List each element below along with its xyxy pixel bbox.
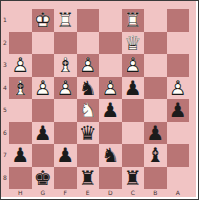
- file-label: E: [77, 189, 100, 197]
- piece-bN-e4: ♞: [77, 77, 100, 100]
- square-b4[interactable]: [144, 77, 167, 100]
- piece-bP-b6: ♟: [144, 122, 167, 145]
- square-d2[interactable]: [99, 32, 122, 55]
- square-b5[interactable]: [144, 99, 167, 122]
- square-d6[interactable]: [99, 122, 122, 145]
- file-labels: HGFEDCBA: [9, 189, 189, 197]
- square-c4[interactable]: ♟: [122, 77, 145, 100]
- rank-label: 4: [1, 77, 9, 100]
- rank-label: 6: [1, 122, 9, 145]
- rank-label: 8: [1, 167, 9, 190]
- square-g6[interactable]: ♟: [32, 122, 55, 145]
- file-label: B: [144, 189, 167, 197]
- square-a3[interactable]: [167, 54, 190, 77]
- piece-wK-outline-g1: ♔: [32, 9, 55, 32]
- square-c1[interactable]: ♜♖: [122, 9, 145, 32]
- piece-wQ-outline-c2: ♕: [122, 32, 145, 55]
- square-e6[interactable]: ♛: [77, 122, 100, 145]
- square-d8[interactable]: [99, 167, 122, 190]
- square-f1[interactable]: ♜♖: [54, 9, 77, 32]
- square-e2[interactable]: [77, 32, 100, 55]
- square-c3[interactable]: ♟♙: [122, 54, 145, 77]
- file-label: C: [122, 189, 145, 197]
- square-c7[interactable]: [122, 144, 145, 167]
- frame-highlight-bottom: [1, 197, 198, 199]
- square-f4[interactable]: ♟♙: [54, 77, 77, 100]
- piece-bQ-e6: ♛: [77, 122, 100, 145]
- square-b2[interactable]: [144, 32, 167, 55]
- square-a4[interactable]: ♟♙: [167, 77, 190, 100]
- square-f8[interactable]: [54, 167, 77, 190]
- frame-highlight-right: [196, 1, 198, 199]
- square-a1[interactable]: [167, 9, 190, 32]
- square-a7[interactable]: [167, 144, 190, 167]
- square-f3[interactable]: ♝♗: [54, 54, 77, 77]
- square-h3[interactable]: ♟♙: [9, 54, 32, 77]
- piece-bP-a5: ♟: [167, 99, 190, 122]
- piece-wP-outline-h3: ♙: [9, 54, 32, 77]
- square-d4[interactable]: ♟♙: [99, 77, 122, 100]
- piece-wB-outline-h4: ♗: [9, 77, 32, 100]
- file-label: H: [9, 189, 32, 197]
- piece-wR-outline-c1: ♖: [122, 9, 145, 32]
- square-g3[interactable]: [32, 54, 55, 77]
- square-e1[interactable]: [77, 9, 100, 32]
- square-b3[interactable]: [144, 54, 167, 77]
- square-b7[interactable]: ♝: [144, 144, 167, 167]
- square-g1[interactable]: ♚♔: [32, 9, 55, 32]
- file-label: A: [167, 189, 190, 197]
- piece-wR-outline-f1: ♖: [54, 9, 77, 32]
- square-a8[interactable]: [167, 167, 190, 190]
- piece-bR-e8: ♜: [77, 167, 100, 190]
- chess-board: ♚♔♜♖♜♖♛♕♟♙♝♗♟♙♟♙♝♗♟♙♟♙♞♟♙♟♟♙♞♘♟♟♟♛♟♟♟♞♝♚…: [9, 9, 189, 189]
- rank-labels: 12345678: [1, 9, 9, 189]
- square-h2[interactable]: [9, 32, 32, 55]
- piece-wP-outline-d4: ♙: [99, 77, 122, 100]
- square-d3[interactable]: [99, 54, 122, 77]
- piece-wN-outline-e5: ♘: [77, 99, 100, 122]
- square-g4[interactable]: ♟♙: [32, 77, 55, 100]
- square-b6[interactable]: ♟: [144, 122, 167, 145]
- square-a5[interactable]: ♟: [167, 99, 190, 122]
- square-g7[interactable]: [32, 144, 55, 167]
- square-g5[interactable]: [32, 99, 55, 122]
- piece-bK-g8: ♚: [32, 167, 55, 190]
- piece-wP-outline-a4: ♙: [167, 77, 190, 100]
- square-e4[interactable]: ♞: [77, 77, 100, 100]
- rank-label: 1: [1, 9, 9, 32]
- rank-label: 3: [1, 54, 9, 77]
- square-e5[interactable]: ♞♘: [77, 99, 100, 122]
- square-a6[interactable]: [167, 122, 190, 145]
- chess-diagram: 12345678 ♚♔♜♖♜♖♛♕♟♙♝♗♟♙♟♙♝♗♟♙♟♙♞♟♙♟♟♙♞♘♟…: [0, 0, 199, 200]
- piece-bP-d5: ♟: [99, 99, 122, 122]
- rank-label: 5: [1, 99, 9, 122]
- square-h4[interactable]: ♝♗: [9, 77, 32, 100]
- square-e7[interactable]: [77, 144, 100, 167]
- square-f5[interactable]: [54, 99, 77, 122]
- piece-bP-f7: ♟: [54, 144, 77, 167]
- file-label: F: [54, 189, 77, 197]
- square-f6[interactable]: [54, 122, 77, 145]
- square-h5[interactable]: [9, 99, 32, 122]
- square-h7[interactable]: ♟: [9, 144, 32, 167]
- piece-wB-outline-f3: ♗: [54, 54, 77, 77]
- piece-bB-b7: ♝: [144, 144, 167, 167]
- piece-wP-outline-g4: ♙: [32, 77, 55, 100]
- piece-wP-outline-f4: ♙: [54, 77, 77, 100]
- square-e3[interactable]: ♟♙: [77, 54, 100, 77]
- square-h6[interactable]: [9, 122, 32, 145]
- square-a2[interactable]: [167, 32, 190, 55]
- square-c2[interactable]: ♛♕: [122, 32, 145, 55]
- piece-bN-d7: ♞: [99, 144, 122, 167]
- square-g8[interactable]: ♚: [32, 167, 55, 190]
- piece-wP-outline-c3: ♙: [122, 54, 145, 77]
- square-e8[interactable]: ♜: [77, 167, 100, 190]
- rank-label: 7: [1, 144, 9, 167]
- file-label: D: [99, 189, 122, 197]
- square-b8[interactable]: [144, 167, 167, 190]
- rank-label: 2: [1, 32, 9, 55]
- square-f2[interactable]: [54, 32, 77, 55]
- piece-wP-outline-e3: ♙: [77, 54, 100, 77]
- piece-bP-h7: ♟: [9, 144, 32, 167]
- piece-bR-c8: ♜: [122, 167, 145, 190]
- square-h1[interactable]: [9, 9, 32, 32]
- file-label: G: [32, 189, 55, 197]
- square-h8[interactable]: [9, 167, 32, 190]
- square-d1[interactable]: [99, 9, 122, 32]
- square-c5[interactable]: [122, 99, 145, 122]
- piece-bP-c4: ♟: [122, 77, 145, 100]
- piece-bP-g6: ♟: [32, 122, 55, 145]
- square-d5[interactable]: ♟: [99, 99, 122, 122]
- square-b1[interactable]: [144, 9, 167, 32]
- square-c6[interactable]: [122, 122, 145, 145]
- square-d7[interactable]: ♞: [99, 144, 122, 167]
- square-g2[interactable]: [32, 32, 55, 55]
- square-f7[interactable]: ♟: [54, 144, 77, 167]
- square-c8[interactable]: ♜: [122, 167, 145, 190]
